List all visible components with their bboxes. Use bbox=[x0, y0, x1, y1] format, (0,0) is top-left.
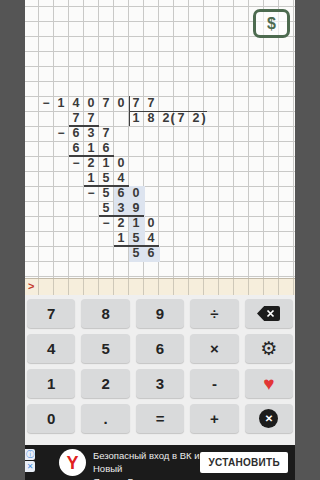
division-digit: 3 bbox=[114, 201, 129, 216]
key-minus[interactable]: - bbox=[190, 369, 238, 398]
keypad-row: 123-♥ bbox=[27, 369, 293, 398]
division-digit: 4 bbox=[69, 96, 84, 111]
keypad-row: 789÷ bbox=[27, 299, 293, 328]
minus-sign: − bbox=[69, 156, 84, 171]
heart-icon: ♥ bbox=[263, 374, 274, 393]
division-digit: 1 bbox=[129, 111, 144, 126]
division-digit: 1 bbox=[99, 156, 114, 171]
division-digit: 7 bbox=[84, 111, 99, 126]
keypad-row: 456×⚙ bbox=[27, 334, 293, 363]
division-digit: 6 bbox=[114, 186, 129, 201]
division-digit: 3 bbox=[84, 126, 99, 141]
division-digit: 7 bbox=[129, 96, 144, 111]
key-multiply[interactable]: × bbox=[190, 334, 238, 363]
minus-sign: − bbox=[84, 186, 99, 201]
ad-text-line2: Яндекс Браузер bbox=[93, 475, 221, 480]
close-circle-icon: ✕ bbox=[259, 409, 278, 428]
division-bracket-horizontal bbox=[129, 111, 207, 113]
division-digit: 2 bbox=[84, 156, 99, 171]
key-clear[interactable]: ✕ bbox=[245, 404, 293, 433]
ad-banner: ⓘ ✕ Y Безопасный вход в ВК и ОК Новый Ян… bbox=[25, 445, 295, 480]
key-divide[interactable]: ÷ bbox=[190, 299, 238, 328]
division-digit: 0 bbox=[114, 96, 129, 111]
premium-dollar-button[interactable]: $ bbox=[253, 9, 290, 38]
division-digit: 5 bbox=[99, 201, 114, 216]
key-0[interactable]: 0 bbox=[27, 404, 75, 433]
division-digit: 5 bbox=[129, 231, 144, 246]
app-screen: −14070777718272−637616−210154−560539−210… bbox=[25, 0, 295, 480]
division-digit: 6 bbox=[99, 141, 114, 156]
key-1[interactable]: 1 bbox=[27, 369, 75, 398]
key-favorite[interactable]: ♥ bbox=[245, 369, 293, 398]
quotient-paren: ( bbox=[169, 111, 176, 126]
expand-chevron-icon[interactable]: > bbox=[28, 280, 34, 292]
ad-info-icon[interactable]: ⓘ bbox=[25, 449, 35, 460]
ad-attribution: ⓘ ✕ bbox=[25, 449, 35, 472]
key-9[interactable]: 9 bbox=[136, 299, 184, 328]
division-digit: 1 bbox=[84, 171, 99, 186]
gear-icon: ⚙ bbox=[260, 339, 277, 358]
ad-close-icon[interactable]: ✕ bbox=[25, 461, 35, 472]
logo-letter: Y bbox=[66, 454, 78, 472]
steps-strip[interactable]: > bbox=[25, 278, 295, 295]
key-decimal[interactable]: . bbox=[81, 404, 129, 433]
division-digit: 4 bbox=[114, 171, 129, 186]
key-2[interactable]: 2 bbox=[81, 369, 129, 398]
division-digit: 1 bbox=[84, 141, 99, 156]
division-digit: 9 bbox=[129, 201, 144, 216]
keypad-row: 0.=+✕ bbox=[27, 404, 293, 433]
division-digit: 4 bbox=[144, 231, 159, 246]
key-5[interactable]: 5 bbox=[81, 334, 129, 363]
division-digit: 6 bbox=[69, 141, 84, 156]
quotient-paren: ) bbox=[200, 111, 207, 126]
key-4[interactable]: 4 bbox=[27, 334, 75, 363]
yandex-browser-logo: Y bbox=[59, 449, 86, 476]
key-3[interactable]: 3 bbox=[136, 369, 184, 398]
division-digit: 7 bbox=[99, 96, 114, 111]
division-digit: 8 bbox=[144, 111, 159, 126]
minus-sign: − bbox=[54, 126, 69, 141]
division-digit: 5 bbox=[129, 246, 144, 261]
subtraction-underline bbox=[84, 185, 129, 187]
worksheet-paper: −14070777718272−637616−210154−560539−210… bbox=[25, 0, 295, 278]
division-digit: 0 bbox=[114, 156, 129, 171]
division-digit: 1 bbox=[114, 231, 129, 246]
division-digit: 0 bbox=[144, 216, 159, 231]
key-backspace[interactable] bbox=[245, 299, 293, 328]
minus-sign: − bbox=[99, 216, 114, 231]
subtraction-underline bbox=[99, 215, 144, 217]
key-equals[interactable]: = bbox=[136, 404, 184, 433]
subtraction-underline bbox=[114, 245, 159, 247]
ad-install-button[interactable]: УСТАНОВИТЬ bbox=[200, 452, 288, 473]
keypad: 789÷456×⚙123-♥0.=+✕ bbox=[25, 295, 295, 445]
division-digit: 5 bbox=[99, 186, 114, 201]
division-digit: 2 bbox=[114, 216, 129, 231]
subtraction-underline bbox=[69, 125, 99, 127]
division-digit: 7 bbox=[144, 96, 159, 111]
key-settings[interactable]: ⚙ bbox=[245, 334, 293, 363]
backspace-icon bbox=[257, 306, 280, 321]
division-digit: 6 bbox=[69, 126, 84, 141]
division-digit: 6 bbox=[144, 246, 159, 261]
key-6[interactable]: 6 bbox=[136, 334, 184, 363]
key-plus[interactable]: + bbox=[190, 404, 238, 433]
division-digit: 7 bbox=[99, 126, 114, 141]
minus-sign: − bbox=[39, 96, 54, 111]
division-digit: 5 bbox=[99, 171, 114, 186]
key-7[interactable]: 7 bbox=[27, 299, 75, 328]
division-digit: 0 bbox=[129, 186, 144, 201]
division-digit: 1 bbox=[54, 96, 69, 111]
subtraction-underline bbox=[69, 155, 114, 157]
division-digit: 7 bbox=[69, 111, 84, 126]
key-8[interactable]: 8 bbox=[81, 299, 129, 328]
division-digit: 1 bbox=[129, 216, 144, 231]
division-digit: 0 bbox=[84, 96, 99, 111]
